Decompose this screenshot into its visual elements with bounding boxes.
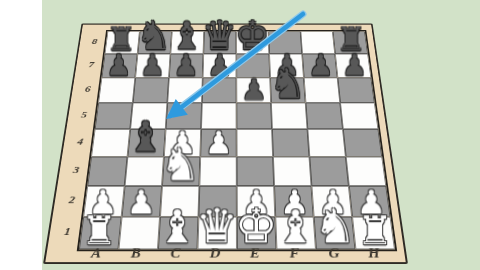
square-c1: ♝ <box>158 217 198 250</box>
square-h4 <box>343 129 382 157</box>
square-h1: ♜ <box>352 217 395 250</box>
chess-board: ♜♞♝♛♚♜♟♟♟♟♟♟♟♟♞♝♟♟♞♟♟♟♟♟♟♜♝♛♚♝♞♜ <box>77 30 397 251</box>
rank-label-7: 7 <box>75 53 102 77</box>
white-pawn-c4: ♟ <box>168 128 196 157</box>
rank-label-8: 8 <box>78 30 104 53</box>
square-d8: ♛ <box>203 31 236 54</box>
square-f5 <box>271 103 307 129</box>
file-coordinates: ABCDEFGH <box>75 245 395 262</box>
square-d6 <box>202 78 237 103</box>
square-a3 <box>87 157 127 186</box>
square-e2: ♟ <box>237 186 276 217</box>
chess-illustration: 87654321 ♜♞♝♛♚♜♟♟♟♟♟♟♟♟♞♝♟♟♞♟♟♟♟♟♟♜♝♛♚♝♞… <box>0 0 480 270</box>
square-b4: ♝ <box>127 129 165 157</box>
square-a7: ♟ <box>101 54 137 78</box>
square-g5 <box>306 103 343 129</box>
square-d3 <box>199 157 236 186</box>
rank-label-1: 1 <box>48 215 80 247</box>
file-label-e: E <box>235 245 275 262</box>
white-pawn-f2: ♟ <box>280 186 309 217</box>
square-b8: ♞ <box>138 31 172 54</box>
file-label-c: C <box>155 245 195 262</box>
square-c7: ♟ <box>169 54 203 78</box>
black-pawn-b7: ♟ <box>139 51 165 78</box>
white-rook-a1: ♜ <box>81 212 116 249</box>
file-label-b: B <box>115 245 156 262</box>
rank-label-4: 4 <box>62 128 91 156</box>
square-a2: ♟ <box>83 186 124 217</box>
black-rook-a8: ♜ <box>107 23 136 54</box>
square-f1: ♝ <box>275 217 316 250</box>
square-a6 <box>98 78 135 103</box>
square-f3 <box>273 157 311 186</box>
square-h5 <box>340 103 378 129</box>
square-a4 <box>91 129 130 157</box>
rank-label-3: 3 <box>58 155 88 184</box>
square-c4: ♟ <box>164 129 201 157</box>
square-f6: ♞ <box>270 78 305 103</box>
square-b1 <box>118 217 160 250</box>
square-b2: ♟ <box>122 186 162 217</box>
black-pawn-e6: ♟ <box>241 75 267 103</box>
square-a8: ♜ <box>105 31 140 54</box>
square-e4 <box>237 129 273 157</box>
black-pawn-f7: ♟ <box>274 51 300 78</box>
square-e5 <box>236 103 272 129</box>
board-scene: 87654321 ♜♞♝♛♚♜♟♟♟♟♟♟♟♟♞♝♟♟♞♟♟♟♟♟♟♜♝♛♚♝♞… <box>0 0 480 270</box>
square-c5 <box>166 103 202 129</box>
black-bishop-c8: ♝ <box>170 19 204 55</box>
square-d1: ♛ <box>197 217 237 250</box>
black-pawn-d7: ♟ <box>207 51 233 78</box>
square-g3 <box>309 157 348 186</box>
black-pawn-h7: ♟ <box>341 51 367 78</box>
black-bishop-b4: ♝ <box>127 118 164 158</box>
board-frame: 87654321 ♜♞♝♛♚♜♟♟♟♟♟♟♟♟♞♝♟♟♞♟♟♟♟♟♟♜♝♛♚♝♞… <box>43 23 408 264</box>
square-h8: ♜ <box>333 31 368 54</box>
square-h3 <box>346 157 386 186</box>
white-pawn-d4: ♟ <box>205 128 233 157</box>
square-a1: ♜ <box>79 217 122 250</box>
black-queen-d8: ♛ <box>202 17 237 54</box>
square-d7: ♟ <box>203 54 237 78</box>
square-b6 <box>133 78 169 103</box>
square-f4 <box>272 129 309 157</box>
square-e8: ♚ <box>236 31 269 54</box>
square-g6 <box>304 78 340 103</box>
square-g4 <box>307 129 345 157</box>
square-h7: ♟ <box>335 54 371 78</box>
black-pawn-g7: ♟ <box>308 51 334 78</box>
black-pawn-c7: ♟ <box>173 51 199 78</box>
white-pawn-h2: ♟ <box>356 186 385 217</box>
white-pawn-b2: ♟ <box>126 186 155 217</box>
square-g2: ♟ <box>311 186 352 217</box>
square-d2 <box>198 186 236 217</box>
square-a5 <box>95 103 133 129</box>
rank-label-2: 2 <box>53 184 84 215</box>
black-rook-h8: ♜ <box>337 23 366 54</box>
square-h6 <box>338 78 375 103</box>
black-king-e8: ♚ <box>235 17 270 54</box>
square-b7: ♟ <box>135 54 170 78</box>
white-pawn-a2: ♟ <box>88 186 117 217</box>
file-label-d: D <box>195 245 235 262</box>
file-label-g: G <box>314 245 355 262</box>
file-label-f: F <box>274 245 315 262</box>
square-g7: ♟ <box>302 54 337 78</box>
square-e7 <box>236 54 270 78</box>
square-c8: ♝ <box>170 31 204 54</box>
square-e3 <box>237 157 274 186</box>
square-b3 <box>125 157 164 186</box>
square-c3: ♞ <box>162 157 200 186</box>
square-h2: ♟ <box>349 186 391 217</box>
white-rook-h1: ♜ <box>357 212 392 249</box>
black-pawn-a7: ♟ <box>106 51 132 78</box>
square-c2 <box>160 186 199 217</box>
file-label-h: H <box>353 245 395 262</box>
square-b5 <box>130 103 167 129</box>
rank-label-5: 5 <box>67 101 95 127</box>
square-d5 <box>201 103 236 129</box>
square-f2: ♟ <box>274 186 314 217</box>
square-d4: ♟ <box>200 129 236 157</box>
square-g8 <box>301 31 336 54</box>
white-pawn-e2: ♟ <box>241 186 270 217</box>
square-f8 <box>268 31 302 54</box>
file-label-a: A <box>75 245 117 262</box>
black-knight-b8: ♞ <box>137 17 172 54</box>
square-e1: ♚ <box>237 217 277 250</box>
square-g1: ♞ <box>314 217 356 250</box>
square-f7: ♟ <box>269 54 304 78</box>
square-e6: ♟ <box>236 78 271 103</box>
square-c6 <box>167 78 202 103</box>
white-pawn-g2: ♟ <box>318 186 347 217</box>
rank-label-6: 6 <box>71 76 99 101</box>
